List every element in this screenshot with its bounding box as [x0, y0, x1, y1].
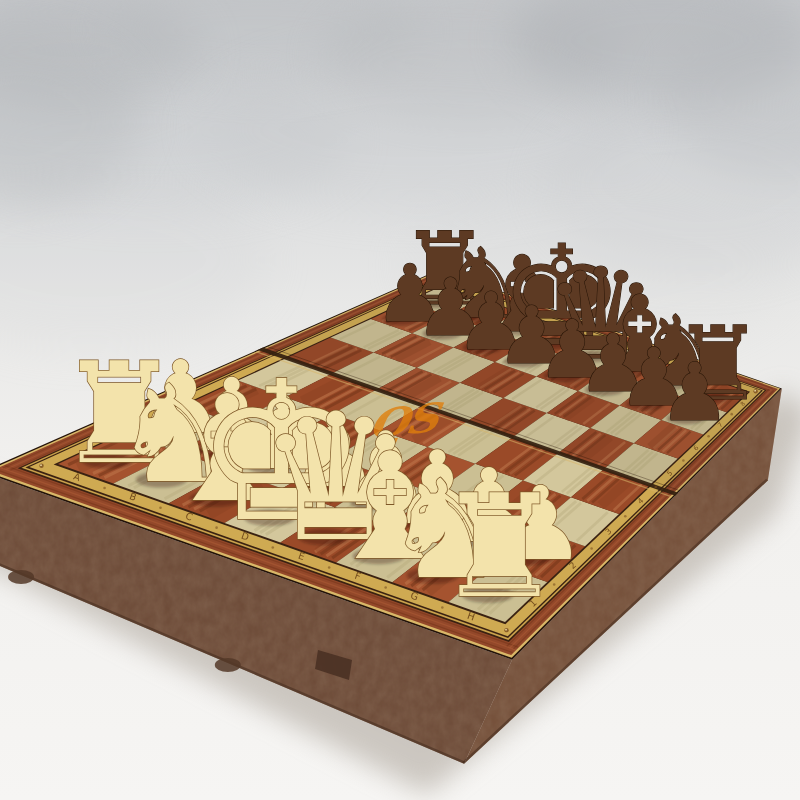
piece-glyph: ♜ [436, 464, 564, 630]
piece-black-pawn-h7: ♟ [659, 346, 731, 439]
piece-white-rook-h1: ♜ [436, 464, 564, 630]
chessboard-scene: ABCDEFGH12345678QS ♜♞♝♚♛♝♞♜♟♟♟♟♟♟♟♟♟♟♟♟♟… [0, 0, 800, 800]
product-photo-stage: ABCDEFGH12345678QS ♜♞♝♚♛♝♞♜♟♟♟♟♟♟♟♟♟♟♟♟♟… [0, 0, 800, 800]
piece-glyph: ♟ [659, 346, 731, 439]
